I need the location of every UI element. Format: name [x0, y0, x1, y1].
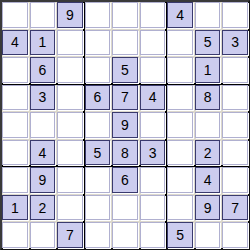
cell-r4c5: 7	[112, 85, 138, 111]
cell-r6c8: 2	[195, 140, 221, 166]
cell-r6c5: 8	[112, 140, 138, 166]
cell-r5c9[interactable]	[222, 112, 248, 138]
cell-r5c1[interactable]	[2, 112, 28, 138]
cell-r1c2[interactable]	[30, 2, 56, 28]
cell-r7c3[interactable]	[57, 167, 83, 193]
cell-r1c9[interactable]	[222, 2, 248, 28]
cell-r9c1[interactable]	[2, 222, 28, 248]
cell-r6c1[interactable]	[2, 140, 28, 166]
cell-r9c2[interactable]	[30, 222, 56, 248]
cell-r5c4[interactable]	[85, 112, 111, 138]
cell-r5c8[interactable]	[195, 112, 221, 138]
cell-r6c2: 4	[30, 140, 56, 166]
cell-r9c8[interactable]	[195, 222, 221, 248]
cell-r2c4[interactable]	[85, 30, 111, 56]
cell-r7c7[interactable]	[167, 167, 193, 193]
box-r2c2: 6749583	[85, 85, 166, 166]
cell-r5c3[interactable]	[57, 112, 83, 138]
cell-r9c3: 7	[57, 222, 83, 248]
cell-r9c4[interactable]	[85, 222, 111, 248]
box-r3c2: 6	[85, 167, 166, 248]
cell-r8c7[interactable]	[167, 195, 193, 221]
cell-r8c5[interactable]	[112, 195, 138, 221]
cell-r5c6[interactable]	[140, 112, 166, 138]
cell-r3c9[interactable]	[222, 57, 248, 83]
cell-r8c3[interactable]	[57, 195, 83, 221]
cell-r5c5: 9	[112, 112, 138, 138]
cell-r5c2[interactable]	[30, 112, 56, 138]
cell-r7c9[interactable]	[222, 167, 248, 193]
cell-r7c1[interactable]	[2, 167, 28, 193]
box-r3c1: 9127	[2, 167, 83, 248]
cell-r8c6[interactable]	[140, 195, 166, 221]
cell-r3c1[interactable]	[2, 57, 28, 83]
cell-r4c6: 4	[140, 85, 166, 111]
box-r1c3: 4531	[167, 2, 248, 83]
cell-r9c9[interactable]	[222, 222, 248, 248]
cell-r4c3[interactable]	[57, 85, 83, 111]
cell-r1c1[interactable]	[2, 2, 28, 28]
box-r2c1: 34	[2, 85, 83, 166]
cell-r1c5[interactable]	[112, 2, 138, 28]
box-r1c2: 5	[85, 2, 166, 83]
cell-r8c1: 1	[2, 195, 28, 221]
cell-r2c7[interactable]	[167, 30, 193, 56]
cell-r7c2: 9	[30, 167, 56, 193]
box-r1c1: 9416	[2, 2, 83, 83]
cell-r3c2: 6	[30, 57, 56, 83]
cell-r5c7[interactable]	[167, 112, 193, 138]
cell-r1c8[interactable]	[195, 2, 221, 28]
cell-r2c6[interactable]	[140, 30, 166, 56]
cell-r4c4: 6	[85, 85, 111, 111]
cell-r8c9: 7	[222, 195, 248, 221]
cell-r3c8: 1	[195, 57, 221, 83]
cell-r2c8: 5	[195, 30, 221, 56]
cell-r7c5: 6	[112, 167, 138, 193]
cell-r2c1: 4	[2, 30, 28, 56]
sudoku-board: 94165453134674958382912764975	[0, 0, 250, 250]
cell-r4c8: 8	[195, 85, 221, 111]
cell-r2c2: 1	[30, 30, 56, 56]
cell-r7c6[interactable]	[140, 167, 166, 193]
cell-r8c2: 2	[30, 195, 56, 221]
box-r3c3: 4975	[167, 167, 248, 248]
cell-r6c6: 3	[140, 140, 166, 166]
cell-r9c6[interactable]	[140, 222, 166, 248]
cell-r2c3[interactable]	[57, 30, 83, 56]
cell-r3c7[interactable]	[167, 57, 193, 83]
cell-r3c3[interactable]	[57, 57, 83, 83]
cell-r6c3[interactable]	[57, 140, 83, 166]
cell-r3c5: 5	[112, 57, 138, 83]
cell-r1c4[interactable]	[85, 2, 111, 28]
cell-r4c9[interactable]	[222, 85, 248, 111]
cell-r3c6[interactable]	[140, 57, 166, 83]
cell-r7c4[interactable]	[85, 167, 111, 193]
cell-r6c9[interactable]	[222, 140, 248, 166]
cell-r6c4: 5	[85, 140, 111, 166]
cell-r2c5[interactable]	[112, 30, 138, 56]
cell-r6c7[interactable]	[167, 140, 193, 166]
cell-r9c5[interactable]	[112, 222, 138, 248]
cell-r1c7: 4	[167, 2, 193, 28]
box-r2c3: 82	[167, 85, 248, 166]
cell-r3c4[interactable]	[85, 57, 111, 83]
cell-r8c4[interactable]	[85, 195, 111, 221]
cell-r2c9: 3	[222, 30, 248, 56]
cell-r7c8: 4	[195, 167, 221, 193]
cell-r4c1[interactable]	[2, 85, 28, 111]
cell-r9c7: 5	[167, 222, 193, 248]
cell-r8c8: 9	[195, 195, 221, 221]
cell-r4c2: 3	[30, 85, 56, 111]
cell-r1c3: 9	[57, 2, 83, 28]
cell-r1c6[interactable]	[140, 2, 166, 28]
cell-r4c7[interactable]	[167, 85, 193, 111]
